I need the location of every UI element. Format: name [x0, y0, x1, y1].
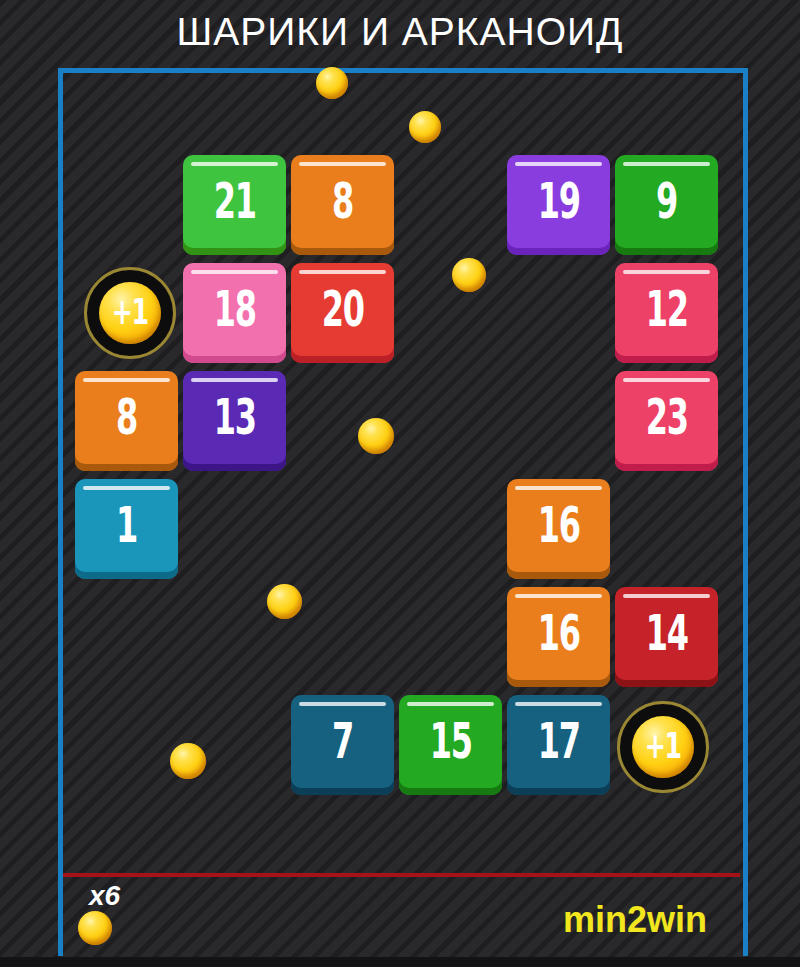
- brick-value: 13: [214, 392, 256, 450]
- ball: [452, 258, 486, 292]
- brick-value: 21: [214, 176, 256, 234]
- brick-16: 16: [507, 587, 610, 687]
- brick-value: 23: [646, 392, 688, 450]
- brick-highlight: [623, 378, 710, 382]
- brick-value: 18: [214, 284, 256, 342]
- brick-value: 9: [656, 176, 677, 234]
- brick-23: 23: [615, 371, 718, 471]
- brick-highlight: [407, 702, 494, 706]
- plus-one-label: +1: [645, 725, 681, 770]
- brick-highlight: [191, 162, 278, 166]
- brick-value: 17: [538, 716, 580, 774]
- plus-one-label: +1: [112, 291, 148, 336]
- brick-highlight: [299, 270, 386, 274]
- brick-highlight: [623, 270, 710, 274]
- brick-highlight: [515, 702, 602, 706]
- ball: [316, 67, 348, 99]
- brick-1: 1: [75, 479, 178, 579]
- brick-8: 8: [75, 371, 178, 471]
- brick-highlight: [623, 594, 710, 598]
- brick-8: 8: [291, 155, 394, 255]
- brick-value: 16: [538, 608, 580, 666]
- brick-highlight: [515, 594, 602, 598]
- brick-highlight: [83, 486, 170, 490]
- brick-highlight: [299, 702, 386, 706]
- brick-value: 14: [646, 608, 688, 666]
- brick-highlight: [515, 162, 602, 166]
- brick-highlight: [299, 162, 386, 166]
- brick-value: 7: [332, 716, 353, 774]
- brick-highlight: [191, 378, 278, 382]
- brick-17: 17: [507, 695, 610, 795]
- plus-one-coin-icon: +1: [99, 282, 161, 344]
- watermark: min2win: [563, 899, 707, 941]
- danger-line: [63, 873, 740, 877]
- brick-14: 14: [615, 587, 718, 687]
- ball: [267, 584, 302, 619]
- brick-highlight: [191, 270, 278, 274]
- brick-13: 13: [183, 371, 286, 471]
- brick-16: 16: [507, 479, 610, 579]
- brick-value: 19: [538, 176, 580, 234]
- brick-value: 20: [322, 284, 364, 342]
- game-title: ШАРИКИ И АРКАНОИД: [0, 10, 800, 54]
- ball: [358, 418, 394, 454]
- brick-15: 15: [399, 695, 502, 795]
- coin-icon: [78, 911, 112, 945]
- brick-value: 16: [538, 500, 580, 558]
- plus-one-coin-icon: +1: [632, 716, 694, 778]
- brick-highlight: [83, 378, 170, 382]
- brick-value: 8: [332, 176, 353, 234]
- game-screen: ШАРИКИ И АРКАНОИД x6 min2win 21819918201…: [0, 0, 800, 967]
- brick-highlight: [623, 162, 710, 166]
- brick-highlight: [515, 486, 602, 490]
- brick-value: 1: [116, 500, 137, 558]
- ball: [409, 111, 441, 143]
- brick-18: 18: [183, 263, 286, 363]
- ball: [170, 743, 206, 779]
- brick-12: 12: [615, 263, 718, 363]
- brick-9: 9: [615, 155, 718, 255]
- brick-value: 8: [116, 392, 137, 450]
- brick-7: 7: [291, 695, 394, 795]
- plus-one-token: +1: [617, 701, 709, 793]
- brick-value: 12: [646, 284, 688, 342]
- bottom-strip: [0, 957, 800, 967]
- plus-one-token: +1: [84, 267, 176, 359]
- brick-value: 15: [430, 716, 472, 774]
- brick-21: 21: [183, 155, 286, 255]
- brick-19: 19: [507, 155, 610, 255]
- ball-count-label: x6: [89, 880, 120, 912]
- brick-20: 20: [291, 263, 394, 363]
